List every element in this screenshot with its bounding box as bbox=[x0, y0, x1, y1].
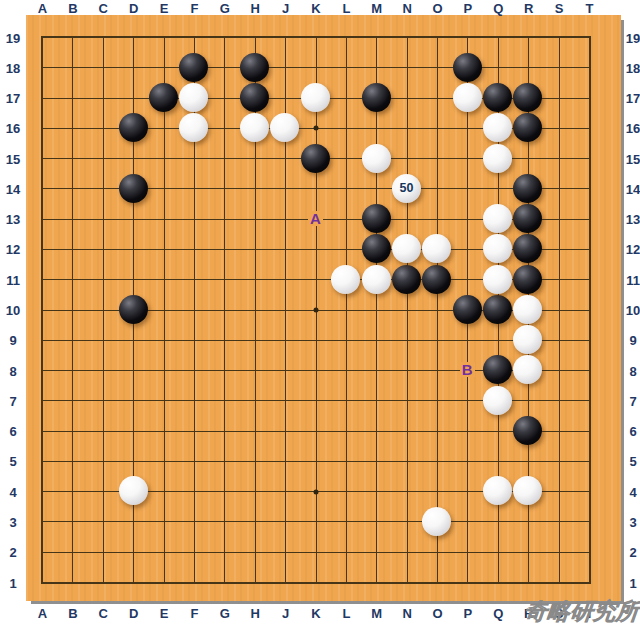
board-point-P17 bbox=[452, 82, 482, 112]
board-point-H18 bbox=[239, 52, 269, 82]
stone-black-N11 bbox=[392, 265, 421, 294]
board-point-P18 bbox=[452, 52, 482, 82]
coord-right-19: 19 bbox=[626, 30, 640, 45]
stone-white-M15 bbox=[362, 144, 391, 173]
board-point-E17 bbox=[148, 82, 178, 112]
board-point-R10 bbox=[513, 294, 543, 324]
coord-top-R: R bbox=[524, 1, 533, 16]
board-point-Q11 bbox=[482, 264, 512, 294]
coord-left-19: 19 bbox=[6, 30, 20, 45]
board-point-L11 bbox=[331, 264, 361, 294]
coord-right-18: 18 bbox=[626, 60, 640, 75]
watermark-text: 奇略研究所 bbox=[523, 599, 640, 623]
stone-black-H17 bbox=[240, 83, 269, 112]
stone-white-P17 bbox=[453, 83, 482, 112]
stone-black-Q8 bbox=[483, 355, 512, 384]
coord-bottom-E: E bbox=[160, 606, 169, 621]
stone-white-N14: 50 bbox=[392, 174, 421, 203]
stone-black-M12 bbox=[362, 234, 391, 263]
board-point-P8: B bbox=[452, 355, 482, 385]
point-label-B: B bbox=[460, 362, 475, 377]
coord-top-F: F bbox=[190, 1, 198, 16]
point-label-A: A bbox=[308, 211, 323, 226]
coord-right-3: 3 bbox=[629, 514, 636, 529]
board-point-J16 bbox=[270, 113, 300, 143]
stone-black-E17 bbox=[149, 83, 178, 112]
coord-top-Q: Q bbox=[493, 1, 503, 16]
stone-white-J16 bbox=[270, 113, 299, 142]
board-point-R9 bbox=[513, 325, 543, 355]
coord-right-11: 11 bbox=[626, 272, 640, 287]
coord-left-7: 7 bbox=[9, 393, 16, 408]
board-point-O11 bbox=[422, 264, 452, 294]
board-point-F16 bbox=[179, 113, 209, 143]
stone-grid: 50AB bbox=[27, 22, 604, 597]
coord-top-K: K bbox=[311, 1, 320, 16]
stone-black-H18 bbox=[240, 53, 269, 82]
coord-right-9: 9 bbox=[629, 333, 636, 348]
coord-bottom-L: L bbox=[342, 606, 350, 621]
board-point-R14 bbox=[513, 173, 543, 203]
coord-top-J: J bbox=[282, 1, 289, 16]
board-point-M12 bbox=[361, 234, 391, 264]
coord-top-C: C bbox=[99, 1, 108, 16]
stone-black-R17 bbox=[513, 83, 542, 112]
board-point-P10 bbox=[452, 294, 482, 324]
board-point-M13 bbox=[361, 203, 391, 233]
coord-bottom-Q: Q bbox=[493, 606, 503, 621]
board-point-N11 bbox=[391, 264, 421, 294]
board-point-H16 bbox=[239, 113, 269, 143]
board-point-Q13 bbox=[482, 203, 512, 233]
coord-top-P: P bbox=[464, 1, 473, 16]
coord-right-8: 8 bbox=[629, 363, 636, 378]
coord-top-E: E bbox=[160, 1, 169, 16]
stone-white-Q16 bbox=[483, 113, 512, 142]
stone-black-M17 bbox=[362, 83, 391, 112]
stone-black-M13 bbox=[362, 204, 391, 233]
coord-left-12: 12 bbox=[6, 242, 20, 257]
coord-left-3: 3 bbox=[9, 514, 16, 529]
stone-black-Q17 bbox=[483, 83, 512, 112]
stone-black-R11 bbox=[513, 265, 542, 294]
stone-black-Q10 bbox=[483, 295, 512, 324]
board-point-R16 bbox=[513, 113, 543, 143]
coord-bottom-B: B bbox=[68, 606, 77, 621]
stone-white-R8 bbox=[513, 355, 542, 384]
board-point-N12 bbox=[391, 234, 421, 264]
coord-top-G: G bbox=[220, 1, 230, 16]
board-point-M11 bbox=[361, 264, 391, 294]
stone-black-O11 bbox=[422, 265, 451, 294]
stone-white-L11 bbox=[331, 265, 360, 294]
coord-left-18: 18 bbox=[6, 60, 20, 75]
board-point-R6 bbox=[513, 415, 543, 445]
coord-left-2: 2 bbox=[9, 545, 16, 560]
stone-white-O12 bbox=[422, 234, 451, 263]
stone-white-Q4 bbox=[483, 476, 512, 505]
coord-top-B: B bbox=[68, 1, 77, 16]
stone-black-P10 bbox=[453, 295, 482, 324]
coord-left-17: 17 bbox=[6, 91, 20, 106]
coord-top-L: L bbox=[342, 1, 350, 16]
coord-left-4: 4 bbox=[9, 484, 16, 499]
coord-top-O: O bbox=[433, 1, 443, 16]
coord-left-6: 6 bbox=[9, 424, 16, 439]
stone-black-R16 bbox=[513, 113, 542, 142]
stone-white-D4 bbox=[119, 476, 148, 505]
board-point-R13 bbox=[513, 203, 543, 233]
stone-white-N12 bbox=[392, 234, 421, 263]
coord-bottom-F: F bbox=[190, 606, 198, 621]
stone-white-M11 bbox=[362, 265, 391, 294]
coord-right-6: 6 bbox=[629, 424, 636, 439]
coord-top-S: S bbox=[555, 1, 564, 16]
board-point-F18 bbox=[179, 52, 209, 82]
board-point-Q4 bbox=[482, 476, 512, 506]
board-point-D4 bbox=[118, 476, 148, 506]
coord-left-8: 8 bbox=[9, 363, 16, 378]
coord-top-M: M bbox=[371, 1, 382, 16]
stone-white-Q15 bbox=[483, 144, 512, 173]
coord-right-1: 1 bbox=[629, 575, 636, 590]
board-point-Q7 bbox=[482, 385, 512, 415]
board-point-Q16 bbox=[482, 113, 512, 143]
board-point-R11 bbox=[513, 264, 543, 294]
coord-right-4: 4 bbox=[629, 484, 636, 499]
board-point-D16 bbox=[118, 113, 148, 143]
board-point-F17 bbox=[179, 82, 209, 112]
board-point-R4 bbox=[513, 476, 543, 506]
board-point-O3 bbox=[422, 506, 452, 536]
move-number-label: 50 bbox=[400, 182, 414, 195]
stone-black-R12 bbox=[513, 234, 542, 263]
board-point-O12 bbox=[422, 234, 452, 264]
coord-left-5: 5 bbox=[9, 454, 16, 469]
board-point-K17 bbox=[300, 82, 330, 112]
stone-white-R9 bbox=[513, 325, 542, 354]
stone-white-F17 bbox=[179, 83, 208, 112]
coord-bottom-K: K bbox=[311, 606, 320, 621]
coord-top-D: D bbox=[129, 1, 138, 16]
board-point-Q15 bbox=[482, 143, 512, 173]
coord-right-13: 13 bbox=[626, 212, 640, 227]
coord-left-10: 10 bbox=[6, 303, 20, 318]
board-point-Q17 bbox=[482, 82, 512, 112]
coord-right-2: 2 bbox=[629, 545, 636, 560]
stone-white-R10 bbox=[513, 295, 542, 324]
board-point-K15 bbox=[300, 143, 330, 173]
coord-right-16: 16 bbox=[626, 121, 640, 136]
stone-white-O3 bbox=[422, 507, 451, 536]
coord-left-1: 1 bbox=[9, 575, 16, 590]
stone-black-D10 bbox=[119, 295, 148, 324]
board-point-R17 bbox=[513, 82, 543, 112]
stone-black-R6 bbox=[513, 416, 542, 445]
board-point-R12 bbox=[513, 234, 543, 264]
coord-right-12: 12 bbox=[626, 242, 640, 257]
stone-black-P18 bbox=[453, 53, 482, 82]
coord-bottom-P: P bbox=[464, 606, 473, 621]
stone-white-F16 bbox=[179, 113, 208, 142]
stone-white-Q7 bbox=[483, 386, 512, 415]
coord-right-5: 5 bbox=[629, 454, 636, 469]
coord-bottom-J: J bbox=[282, 606, 289, 621]
stone-white-Q13 bbox=[483, 204, 512, 233]
coord-left-14: 14 bbox=[6, 181, 20, 196]
stone-white-R4 bbox=[513, 476, 542, 505]
coord-right-14: 14 bbox=[626, 181, 640, 196]
go-diagram-screen: AABBCCDDEEFFGGHHJJKKLLMMNNOOPPQQRRSSTT19… bbox=[0, 0, 640, 624]
board-point-M17 bbox=[361, 82, 391, 112]
stone-white-H16 bbox=[240, 113, 269, 142]
coord-left-9: 9 bbox=[9, 333, 16, 348]
coord-bottom-M: M bbox=[371, 606, 382, 621]
coord-bottom-A: A bbox=[38, 606, 47, 621]
board-point-Q12 bbox=[482, 234, 512, 264]
coord-left-16: 16 bbox=[6, 121, 20, 136]
coord-bottom-N: N bbox=[402, 606, 411, 621]
board-point-D14 bbox=[118, 173, 148, 203]
stone-black-D14 bbox=[119, 174, 148, 203]
stone-black-R14 bbox=[513, 174, 542, 203]
coord-right-7: 7 bbox=[629, 393, 636, 408]
board-point-Q10 bbox=[482, 294, 512, 324]
coord-left-15: 15 bbox=[6, 151, 20, 166]
board-point-R8 bbox=[513, 355, 543, 385]
board-point-N14: 50 bbox=[391, 173, 421, 203]
coord-top-N: N bbox=[402, 1, 411, 16]
board-point-H17 bbox=[239, 82, 269, 112]
stone-black-D16 bbox=[119, 113, 148, 142]
coord-bottom-O: O bbox=[433, 606, 443, 621]
coord-bottom-G: G bbox=[220, 606, 230, 621]
coord-top-A: A bbox=[38, 1, 47, 16]
coord-bottom-D: D bbox=[129, 606, 138, 621]
board-point-D10 bbox=[118, 294, 148, 324]
coord-top-T: T bbox=[586, 1, 594, 16]
stone-white-Q12 bbox=[483, 234, 512, 263]
board-point-Q8 bbox=[482, 355, 512, 385]
coord-right-10: 10 bbox=[626, 303, 640, 318]
coord-bottom-C: C bbox=[99, 606, 108, 621]
coord-left-11: 11 bbox=[6, 272, 20, 287]
stone-black-R13 bbox=[513, 204, 542, 233]
coord-left-13: 13 bbox=[6, 212, 20, 227]
coord-bottom-H: H bbox=[251, 606, 260, 621]
board-point-M15 bbox=[361, 143, 391, 173]
coord-right-15: 15 bbox=[626, 151, 640, 166]
coord-right-17: 17 bbox=[626, 91, 640, 106]
stone-white-Q11 bbox=[483, 265, 512, 294]
board-point-K13: A bbox=[300, 203, 330, 233]
coord-top-H: H bbox=[251, 1, 260, 16]
stone-black-F18 bbox=[179, 53, 208, 82]
stone-black-K15 bbox=[301, 144, 330, 173]
stone-white-K17 bbox=[301, 83, 330, 112]
